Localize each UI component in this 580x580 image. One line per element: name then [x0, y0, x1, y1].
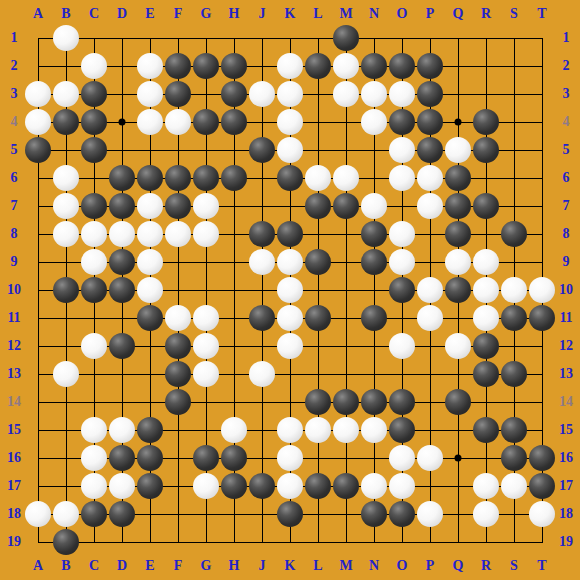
point-O19[interactable] — [388, 528, 416, 556]
point-O4[interactable] — [388, 108, 416, 136]
point-A1[interactable] — [24, 24, 52, 52]
point-K11[interactable] — [276, 304, 304, 332]
point-B14[interactable] — [52, 388, 80, 416]
point-G14[interactable] — [192, 388, 220, 416]
point-G5[interactable] — [192, 136, 220, 164]
point-E14[interactable] — [136, 388, 164, 416]
point-M12[interactable] — [332, 332, 360, 360]
point-H4[interactable] — [220, 108, 248, 136]
point-O13[interactable] — [388, 360, 416, 388]
point-Q8[interactable] — [444, 220, 472, 248]
point-S11[interactable] — [500, 304, 528, 332]
point-S3[interactable] — [500, 80, 528, 108]
point-P6[interactable] — [416, 164, 444, 192]
point-D17[interactable] — [108, 472, 136, 500]
point-E6[interactable] — [136, 164, 164, 192]
point-N5[interactable] — [360, 136, 388, 164]
point-Q7[interactable] — [444, 192, 472, 220]
point-R12[interactable] — [472, 332, 500, 360]
point-Q16[interactable] — [444, 444, 472, 472]
point-G4[interactable] — [192, 108, 220, 136]
point-A11[interactable] — [24, 304, 52, 332]
point-H17[interactable] — [220, 472, 248, 500]
point-J4[interactable] — [248, 108, 276, 136]
point-R17[interactable] — [472, 472, 500, 500]
point-J13[interactable] — [248, 360, 276, 388]
point-S8[interactable] — [500, 220, 528, 248]
point-D18[interactable] — [108, 500, 136, 528]
point-L16[interactable] — [304, 444, 332, 472]
point-N14[interactable] — [360, 388, 388, 416]
point-O15[interactable] — [388, 416, 416, 444]
point-F2[interactable] — [164, 52, 192, 80]
point-R1[interactable] — [472, 24, 500, 52]
point-T15[interactable] — [528, 416, 556, 444]
point-L12[interactable] — [304, 332, 332, 360]
point-T14[interactable] — [528, 388, 556, 416]
point-E7[interactable] — [136, 192, 164, 220]
point-O3[interactable] — [388, 80, 416, 108]
point-C1[interactable] — [80, 24, 108, 52]
point-B12[interactable] — [52, 332, 80, 360]
point-B5[interactable] — [52, 136, 80, 164]
point-S6[interactable] — [500, 164, 528, 192]
point-F9[interactable] — [164, 248, 192, 276]
point-C2[interactable] — [80, 52, 108, 80]
point-E10[interactable] — [136, 276, 164, 304]
point-E13[interactable] — [136, 360, 164, 388]
point-R19[interactable] — [472, 528, 500, 556]
point-R13[interactable] — [472, 360, 500, 388]
point-B13[interactable] — [52, 360, 80, 388]
point-J19[interactable] — [248, 528, 276, 556]
point-D10[interactable] — [108, 276, 136, 304]
point-G2[interactable] — [192, 52, 220, 80]
point-P5[interactable] — [416, 136, 444, 164]
point-P11[interactable] — [416, 304, 444, 332]
point-D11[interactable] — [108, 304, 136, 332]
point-S7[interactable] — [500, 192, 528, 220]
point-G1[interactable] — [192, 24, 220, 52]
point-C10[interactable] — [80, 276, 108, 304]
point-L1[interactable] — [304, 24, 332, 52]
point-G7[interactable] — [192, 192, 220, 220]
point-T17[interactable] — [528, 472, 556, 500]
point-R18[interactable] — [472, 500, 500, 528]
point-E11[interactable] — [136, 304, 164, 332]
point-H16[interactable] — [220, 444, 248, 472]
point-O17[interactable] — [388, 472, 416, 500]
point-C14[interactable] — [80, 388, 108, 416]
point-S15[interactable] — [500, 416, 528, 444]
point-J17[interactable] — [248, 472, 276, 500]
point-M3[interactable] — [332, 80, 360, 108]
point-N3[interactable] — [360, 80, 388, 108]
point-P17[interactable] — [416, 472, 444, 500]
point-G17[interactable] — [192, 472, 220, 500]
point-M8[interactable] — [332, 220, 360, 248]
point-F16[interactable] — [164, 444, 192, 472]
point-G13[interactable] — [192, 360, 220, 388]
point-M13[interactable] — [332, 360, 360, 388]
point-G19[interactable] — [192, 528, 220, 556]
point-F11[interactable] — [164, 304, 192, 332]
point-M10[interactable] — [332, 276, 360, 304]
point-K12[interactable] — [276, 332, 304, 360]
point-D15[interactable] — [108, 416, 136, 444]
point-H19[interactable] — [220, 528, 248, 556]
point-J15[interactable] — [248, 416, 276, 444]
point-N16[interactable] — [360, 444, 388, 472]
point-J12[interactable] — [248, 332, 276, 360]
point-N4[interactable] — [360, 108, 388, 136]
point-T16[interactable] — [528, 444, 556, 472]
point-P12[interactable] — [416, 332, 444, 360]
point-N1[interactable] — [360, 24, 388, 52]
point-B11[interactable] — [52, 304, 80, 332]
point-T8[interactable] — [528, 220, 556, 248]
point-N8[interactable] — [360, 220, 388, 248]
point-A17[interactable] — [24, 472, 52, 500]
point-B17[interactable] — [52, 472, 80, 500]
point-B18[interactable] — [52, 500, 80, 528]
point-K8[interactable] — [276, 220, 304, 248]
point-L2[interactable] — [304, 52, 332, 80]
point-N2[interactable] — [360, 52, 388, 80]
point-A18[interactable] — [24, 500, 52, 528]
point-E5[interactable] — [136, 136, 164, 164]
point-B15[interactable] — [52, 416, 80, 444]
point-M5[interactable] — [332, 136, 360, 164]
point-O18[interactable] — [388, 500, 416, 528]
point-S10[interactable] — [500, 276, 528, 304]
point-F5[interactable] — [164, 136, 192, 164]
point-J10[interactable] — [248, 276, 276, 304]
point-N11[interactable] — [360, 304, 388, 332]
point-B8[interactable] — [52, 220, 80, 248]
point-F14[interactable] — [164, 388, 192, 416]
point-R6[interactable] — [472, 164, 500, 192]
point-B2[interactable] — [52, 52, 80, 80]
point-K10[interactable] — [276, 276, 304, 304]
point-O12[interactable] — [388, 332, 416, 360]
point-P9[interactable] — [416, 248, 444, 276]
point-C7[interactable] — [80, 192, 108, 220]
point-A2[interactable] — [24, 52, 52, 80]
point-K3[interactable] — [276, 80, 304, 108]
point-B1[interactable] — [52, 24, 80, 52]
point-K1[interactable] — [276, 24, 304, 52]
point-P1[interactable] — [416, 24, 444, 52]
point-N18[interactable] — [360, 500, 388, 528]
point-S5[interactable] — [500, 136, 528, 164]
point-F15[interactable] — [164, 416, 192, 444]
point-Q15[interactable] — [444, 416, 472, 444]
point-E16[interactable] — [136, 444, 164, 472]
point-G16[interactable] — [192, 444, 220, 472]
point-M15[interactable] — [332, 416, 360, 444]
point-T3[interactable] — [528, 80, 556, 108]
point-S16[interactable] — [500, 444, 528, 472]
point-L5[interactable] — [304, 136, 332, 164]
point-J2[interactable] — [248, 52, 276, 80]
point-G15[interactable] — [192, 416, 220, 444]
point-L9[interactable] — [304, 248, 332, 276]
point-M7[interactable] — [332, 192, 360, 220]
point-M1[interactable] — [332, 24, 360, 52]
point-D1[interactable] — [108, 24, 136, 52]
point-K9[interactable] — [276, 248, 304, 276]
point-Q18[interactable] — [444, 500, 472, 528]
point-P18[interactable] — [416, 500, 444, 528]
point-J9[interactable] — [248, 248, 276, 276]
point-T10[interactable] — [528, 276, 556, 304]
point-P16[interactable] — [416, 444, 444, 472]
point-D8[interactable] — [108, 220, 136, 248]
point-F13[interactable] — [164, 360, 192, 388]
point-J3[interactable] — [248, 80, 276, 108]
point-Q11[interactable] — [444, 304, 472, 332]
point-H9[interactable] — [220, 248, 248, 276]
point-F10[interactable] — [164, 276, 192, 304]
point-S17[interactable] — [500, 472, 528, 500]
point-L4[interactable] — [304, 108, 332, 136]
point-O5[interactable] — [388, 136, 416, 164]
point-R10[interactable] — [472, 276, 500, 304]
point-H15[interactable] — [220, 416, 248, 444]
point-Q2[interactable] — [444, 52, 472, 80]
point-K17[interactable] — [276, 472, 304, 500]
point-E19[interactable] — [136, 528, 164, 556]
point-J11[interactable] — [248, 304, 276, 332]
point-Q5[interactable] — [444, 136, 472, 164]
point-M14[interactable] — [332, 388, 360, 416]
point-Q19[interactable] — [444, 528, 472, 556]
point-O9[interactable] — [388, 248, 416, 276]
point-N17[interactable] — [360, 472, 388, 500]
point-L11[interactable] — [304, 304, 332, 332]
point-B9[interactable] — [52, 248, 80, 276]
point-G6[interactable] — [192, 164, 220, 192]
point-B3[interactable] — [52, 80, 80, 108]
point-S2[interactable] — [500, 52, 528, 80]
point-B4[interactable] — [52, 108, 80, 136]
point-C3[interactable] — [80, 80, 108, 108]
point-B6[interactable] — [52, 164, 80, 192]
point-A16[interactable] — [24, 444, 52, 472]
point-C17[interactable] — [80, 472, 108, 500]
point-T2[interactable] — [528, 52, 556, 80]
point-F17[interactable] — [164, 472, 192, 500]
point-H12[interactable] — [220, 332, 248, 360]
point-S9[interactable] — [500, 248, 528, 276]
point-F4[interactable] — [164, 108, 192, 136]
point-G11[interactable] — [192, 304, 220, 332]
point-A6[interactable] — [24, 164, 52, 192]
point-H2[interactable] — [220, 52, 248, 80]
point-P7[interactable] — [416, 192, 444, 220]
point-F7[interactable] — [164, 192, 192, 220]
point-H7[interactable] — [220, 192, 248, 220]
point-C9[interactable] — [80, 248, 108, 276]
point-N15[interactable] — [360, 416, 388, 444]
point-R14[interactable] — [472, 388, 500, 416]
point-A4[interactable] — [24, 108, 52, 136]
point-A7[interactable] — [24, 192, 52, 220]
point-A10[interactable] — [24, 276, 52, 304]
point-E12[interactable] — [136, 332, 164, 360]
point-K7[interactable] — [276, 192, 304, 220]
point-T12[interactable] — [528, 332, 556, 360]
point-S14[interactable] — [500, 388, 528, 416]
point-Q12[interactable] — [444, 332, 472, 360]
point-S18[interactable] — [500, 500, 528, 528]
point-E18[interactable] — [136, 500, 164, 528]
point-B19[interactable] — [52, 528, 80, 556]
point-C12[interactable] — [80, 332, 108, 360]
point-F12[interactable] — [164, 332, 192, 360]
point-H6[interactable] — [220, 164, 248, 192]
point-M11[interactable] — [332, 304, 360, 332]
point-O7[interactable] — [388, 192, 416, 220]
point-H1[interactable] — [220, 24, 248, 52]
point-C11[interactable] — [80, 304, 108, 332]
point-R4[interactable] — [472, 108, 500, 136]
point-T13[interactable] — [528, 360, 556, 388]
point-A12[interactable] — [24, 332, 52, 360]
point-M6[interactable] — [332, 164, 360, 192]
point-H3[interactable] — [220, 80, 248, 108]
point-O16[interactable] — [388, 444, 416, 472]
point-R15[interactable] — [472, 416, 500, 444]
point-E2[interactable] — [136, 52, 164, 80]
point-P13[interactable] — [416, 360, 444, 388]
point-D16[interactable] — [108, 444, 136, 472]
point-H14[interactable] — [220, 388, 248, 416]
point-P14[interactable] — [416, 388, 444, 416]
point-E9[interactable] — [136, 248, 164, 276]
point-T6[interactable] — [528, 164, 556, 192]
point-B10[interactable] — [52, 276, 80, 304]
point-S4[interactable] — [500, 108, 528, 136]
point-Q9[interactable] — [444, 248, 472, 276]
point-A5[interactable] — [24, 136, 52, 164]
point-H11[interactable] — [220, 304, 248, 332]
point-A19[interactable] — [24, 528, 52, 556]
point-K2[interactable] — [276, 52, 304, 80]
point-R16[interactable] — [472, 444, 500, 472]
point-D3[interactable] — [108, 80, 136, 108]
point-N6[interactable] — [360, 164, 388, 192]
point-G3[interactable] — [192, 80, 220, 108]
point-N19[interactable] — [360, 528, 388, 556]
point-C19[interactable] — [80, 528, 108, 556]
point-R8[interactable] — [472, 220, 500, 248]
point-L10[interactable] — [304, 276, 332, 304]
point-H18[interactable] — [220, 500, 248, 528]
point-K4[interactable] — [276, 108, 304, 136]
point-F1[interactable] — [164, 24, 192, 52]
point-Q4[interactable] — [444, 108, 472, 136]
point-K15[interactable] — [276, 416, 304, 444]
point-D13[interactable] — [108, 360, 136, 388]
point-R2[interactable] — [472, 52, 500, 80]
point-G8[interactable] — [192, 220, 220, 248]
point-E15[interactable] — [136, 416, 164, 444]
point-S13[interactable] — [500, 360, 528, 388]
point-L19[interactable] — [304, 528, 332, 556]
point-E8[interactable] — [136, 220, 164, 248]
point-R7[interactable] — [472, 192, 500, 220]
point-B16[interactable] — [52, 444, 80, 472]
point-A8[interactable] — [24, 220, 52, 248]
point-J5[interactable] — [248, 136, 276, 164]
point-T4[interactable] — [528, 108, 556, 136]
point-S19[interactable] — [500, 528, 528, 556]
point-K18[interactable] — [276, 500, 304, 528]
point-O1[interactable] — [388, 24, 416, 52]
point-K16[interactable] — [276, 444, 304, 472]
point-O8[interactable] — [388, 220, 416, 248]
point-P19[interactable] — [416, 528, 444, 556]
point-A3[interactable] — [24, 80, 52, 108]
point-M4[interactable] — [332, 108, 360, 136]
point-M18[interactable] — [332, 500, 360, 528]
point-P4[interactable] — [416, 108, 444, 136]
point-T1[interactable] — [528, 24, 556, 52]
point-J1[interactable] — [248, 24, 276, 52]
point-Q17[interactable] — [444, 472, 472, 500]
point-O6[interactable] — [388, 164, 416, 192]
point-L3[interactable] — [304, 80, 332, 108]
point-L8[interactable] — [304, 220, 332, 248]
point-R9[interactable] — [472, 248, 500, 276]
point-H5[interactable] — [220, 136, 248, 164]
point-P3[interactable] — [416, 80, 444, 108]
point-C4[interactable] — [80, 108, 108, 136]
point-M19[interactable] — [332, 528, 360, 556]
point-T9[interactable] — [528, 248, 556, 276]
point-C8[interactable] — [80, 220, 108, 248]
point-Q6[interactable] — [444, 164, 472, 192]
point-C18[interactable] — [80, 500, 108, 528]
point-Q1[interactable] — [444, 24, 472, 52]
point-H8[interactable] — [220, 220, 248, 248]
point-E3[interactable] — [136, 80, 164, 108]
point-D19[interactable] — [108, 528, 136, 556]
point-H10[interactable] — [220, 276, 248, 304]
point-A15[interactable] — [24, 416, 52, 444]
point-A9[interactable] — [24, 248, 52, 276]
point-P10[interactable] — [416, 276, 444, 304]
point-N7[interactable] — [360, 192, 388, 220]
point-K19[interactable] — [276, 528, 304, 556]
point-J16[interactable] — [248, 444, 276, 472]
point-J7[interactable] — [248, 192, 276, 220]
point-C15[interactable] — [80, 416, 108, 444]
point-L18[interactable] — [304, 500, 332, 528]
point-D12[interactable] — [108, 332, 136, 360]
point-D7[interactable] — [108, 192, 136, 220]
point-O10[interactable] — [388, 276, 416, 304]
point-G9[interactable] — [192, 248, 220, 276]
point-N9[interactable] — [360, 248, 388, 276]
point-N10[interactable] — [360, 276, 388, 304]
point-M9[interactable] — [332, 248, 360, 276]
point-R5[interactable] — [472, 136, 500, 164]
point-D6[interactable] — [108, 164, 136, 192]
point-O11[interactable] — [388, 304, 416, 332]
